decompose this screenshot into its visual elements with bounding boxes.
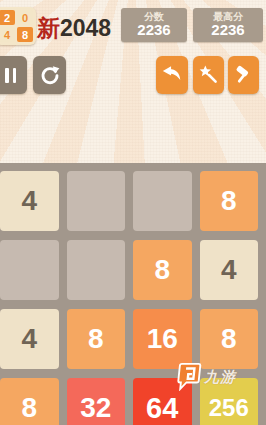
app-logo: 2 0 4 8 xyxy=(0,7,36,45)
restart-icon xyxy=(40,65,60,85)
tile-16: 16 xyxy=(133,309,192,369)
logo-tile-0: 0 xyxy=(17,10,33,25)
magic-wand-icon xyxy=(198,64,220,86)
tile-8: 8 xyxy=(67,309,126,369)
empty-cell xyxy=(67,171,126,231)
hammer-icon xyxy=(233,64,255,86)
tile-4: 4 xyxy=(0,171,59,231)
hammer-button[interactable] xyxy=(228,56,259,94)
tile-8: 8 xyxy=(133,240,192,300)
title-number: 2048 xyxy=(60,15,111,41)
magic-wand-button[interactable] xyxy=(193,56,224,94)
tile-8: 8 xyxy=(200,171,259,231)
restart-button[interactable] xyxy=(33,56,66,94)
score-box: 分数 2236 xyxy=(121,8,187,42)
best-score-value: 2236 xyxy=(211,22,244,39)
tile-8: 8 xyxy=(0,378,59,425)
logo-tile-2: 2 xyxy=(0,10,15,25)
score-value: 2236 xyxy=(137,22,170,39)
tile-4: 4 xyxy=(200,240,259,300)
empty-cell xyxy=(0,240,59,300)
pause-button[interactable] xyxy=(0,56,27,94)
title-new-char: 新 xyxy=(37,15,60,41)
tile-32: 32 xyxy=(67,378,126,425)
app-title: 新2048 xyxy=(37,13,111,44)
game-board[interactable]: 48844816883264256 xyxy=(0,163,266,425)
tile-256: 256 xyxy=(200,378,259,425)
logo-tile-8: 8 xyxy=(17,27,33,42)
empty-cell xyxy=(67,240,126,300)
tile-8: 8 xyxy=(200,309,259,369)
pause-icon xyxy=(5,68,16,83)
logo-tile-4: 4 xyxy=(0,27,15,42)
tile-4: 4 xyxy=(0,309,59,369)
undo-arrow-icon xyxy=(161,64,183,86)
undo-button[interactable] xyxy=(156,56,188,94)
tile-64: 64 xyxy=(133,378,192,425)
game-screen: 2 0 4 8 新2048 分数 2236 最高分 2236 xyxy=(0,0,266,425)
empty-cell xyxy=(133,171,192,231)
best-score-box: 最高分 2236 xyxy=(193,8,263,42)
